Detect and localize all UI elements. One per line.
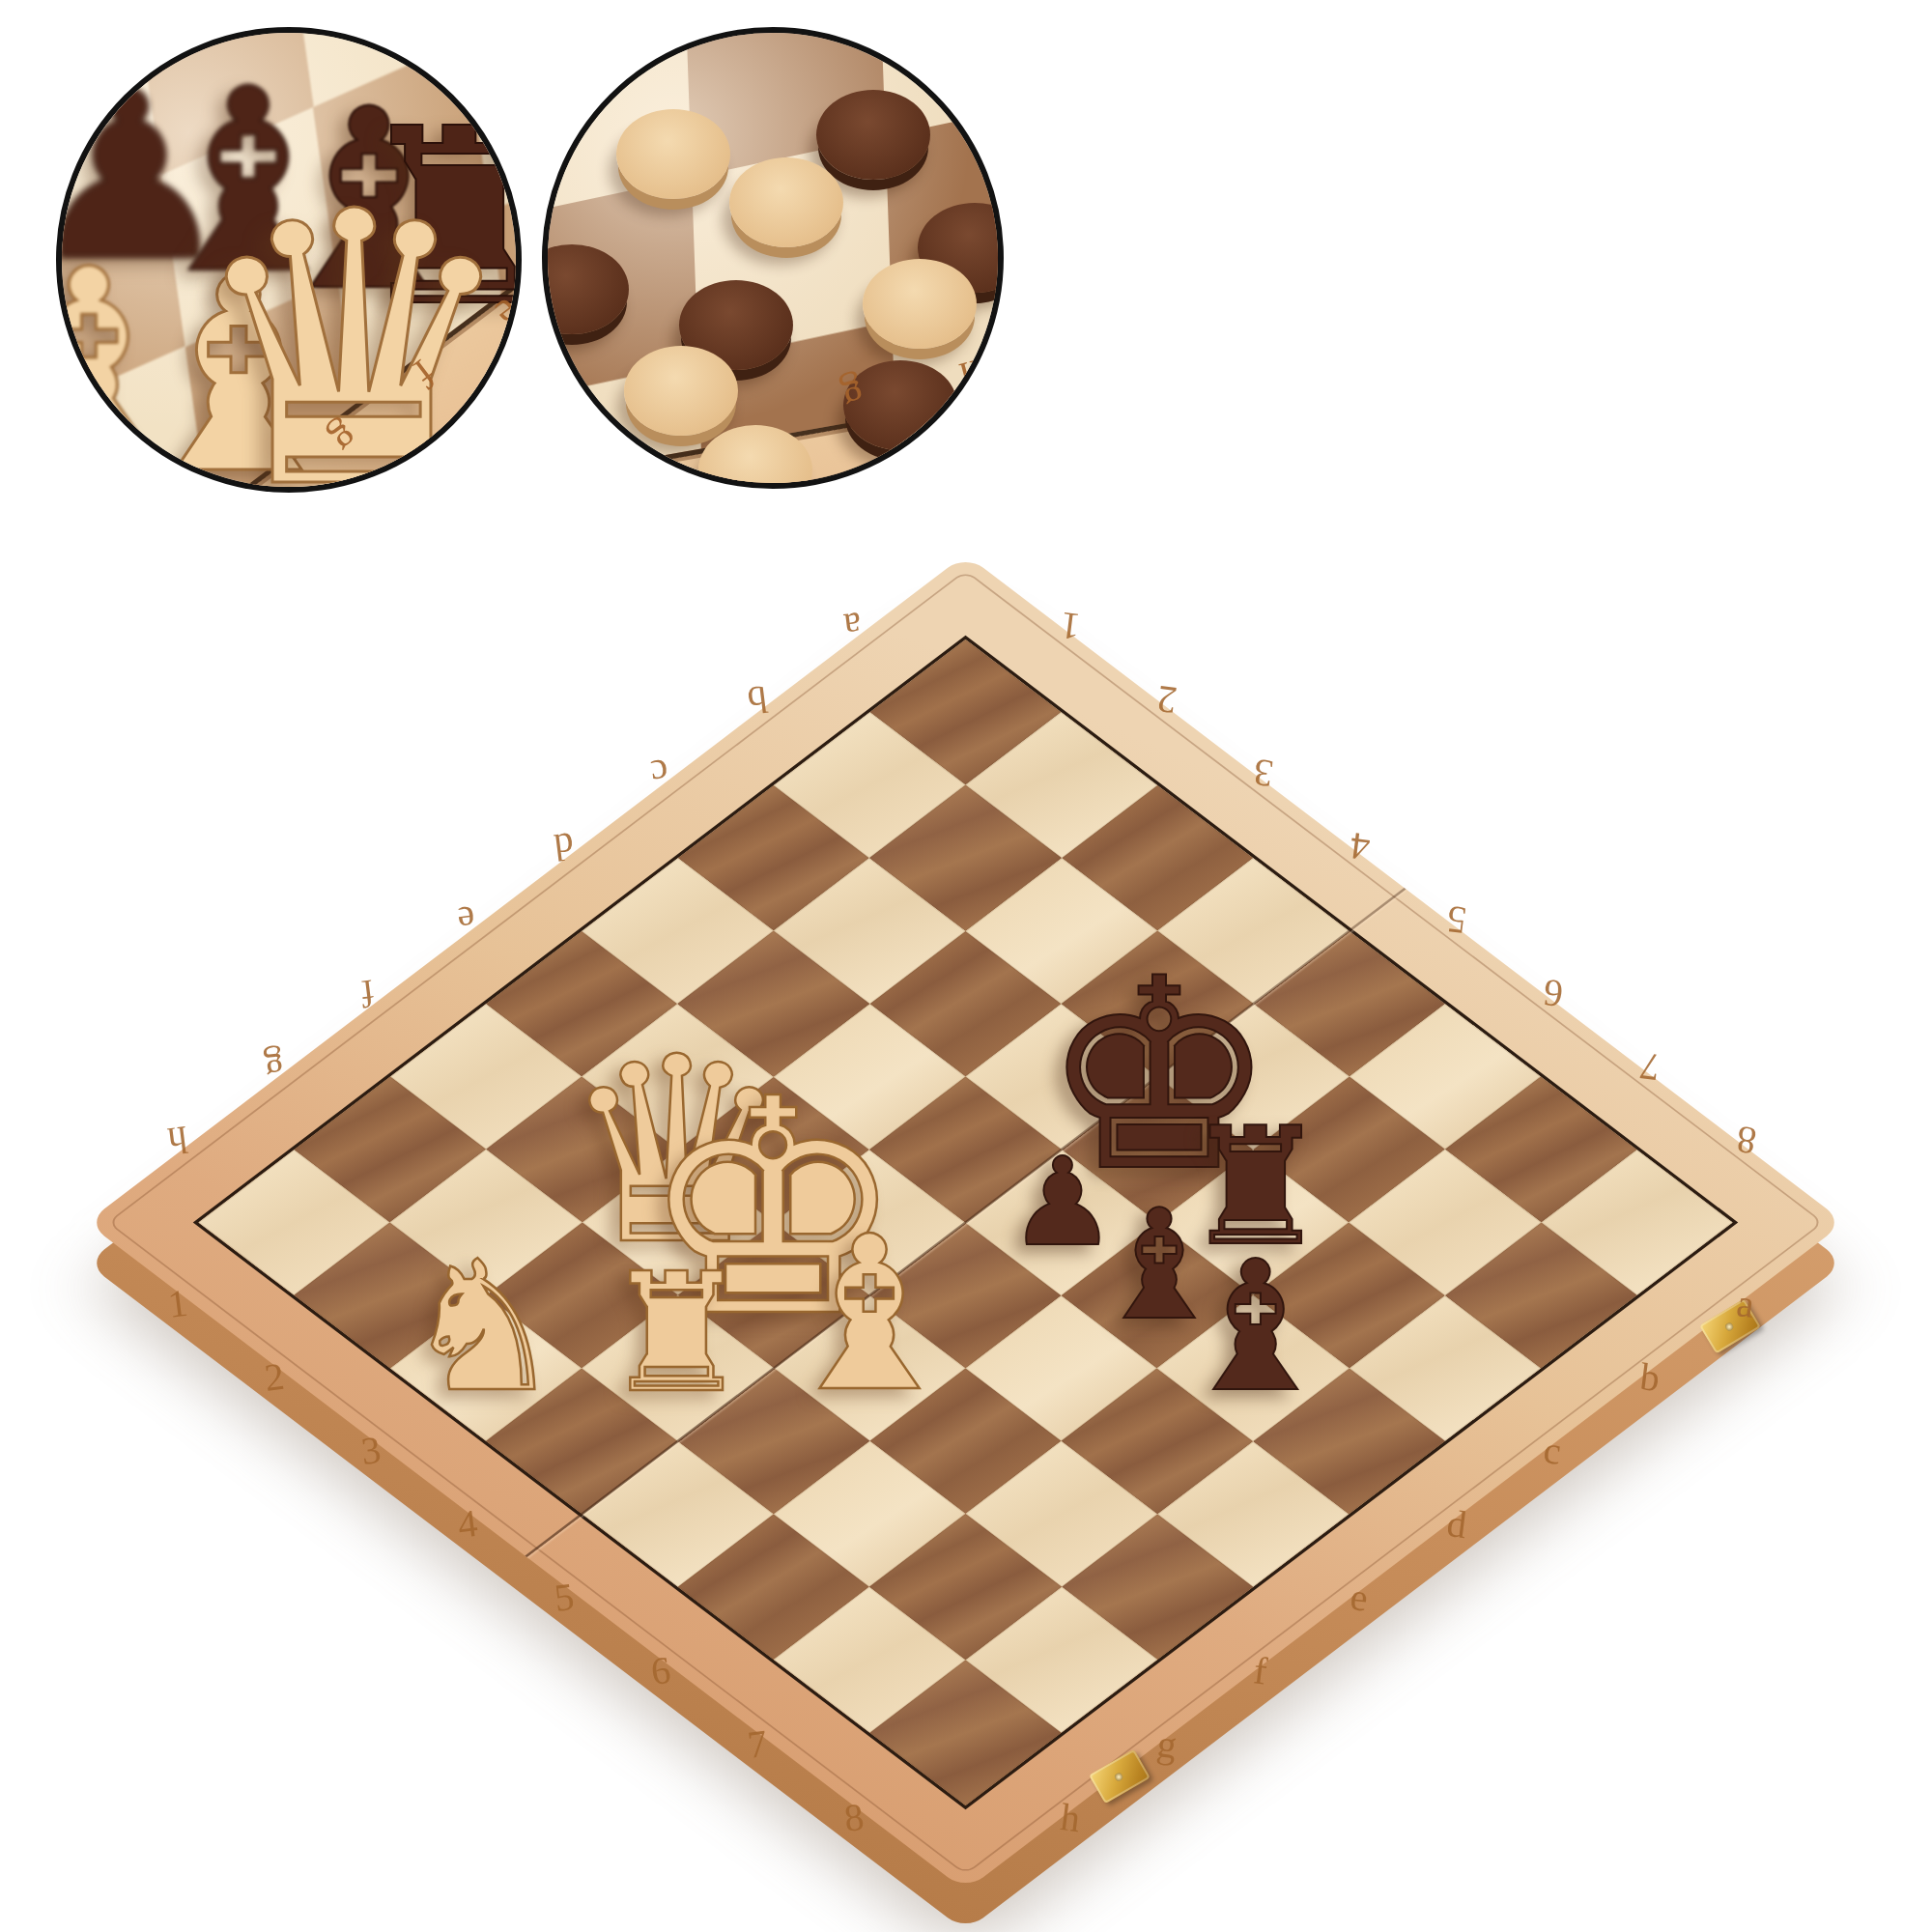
edge-label-top-left-b: b: [746, 679, 770, 720]
edge-label-top-left-e: e: [456, 899, 478, 940]
edge-label-top-left-f: f: [359, 973, 377, 1012]
edge-label-top-left-d: d: [553, 826, 577, 867]
edge-label-top-left-c: c: [649, 753, 671, 793]
dark-bishop-d7[interactable]: ♝: [1166, 1237, 1346, 1417]
white-bishop-f5[interactable]: ♝: [763, 1208, 976, 1421]
checkers-disc-light: [616, 109, 730, 199]
closeup-edge-label-h: h: [956, 352, 988, 398]
page-canvas: ♟♝♝♜♝♝♛gfe egh abcdefgh1234567812345678a…: [0, 0, 1932, 1932]
inset-chess-closeup: ♟♝♝♜♝♝♛gfe: [56, 27, 522, 493]
checkers-disc-light: [624, 346, 738, 436]
closeup-edge-label-e: e: [587, 417, 616, 464]
edge-label-top-left-a: a: [842, 606, 865, 646]
clasp-screw-icon: [1114, 1772, 1124, 1782]
edge-label-top-left-h: h: [166, 1120, 190, 1160]
white-rook-g4[interactable]: ♜: [594, 1251, 758, 1415]
checkers-disc-light: [863, 259, 977, 349]
checkers-disc-dark: [816, 90, 930, 180]
clasp-screw-icon: [1724, 1321, 1735, 1332]
edge-label-top-left-g: g: [263, 1046, 287, 1087]
checkers-disc-light: [729, 157, 843, 247]
white-knight-h3[interactable]: ♞: [393, 1237, 573, 1417]
inset-checkers-closeup: egh: [542, 27, 1004, 489]
